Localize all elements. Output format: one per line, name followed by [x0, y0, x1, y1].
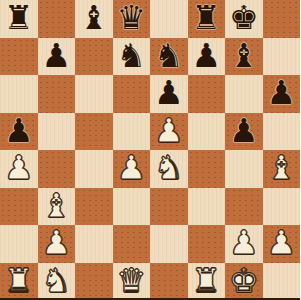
square-c8[interactable]: ♝: [75, 0, 113, 38]
square-c4[interactable]: [75, 150, 113, 188]
square-a6[interactable]: [0, 75, 38, 113]
square-h4[interactable]: ♝: [263, 150, 301, 188]
square-h7[interactable]: [263, 38, 301, 76]
square-f2[interactable]: [188, 225, 226, 263]
square-e8[interactable]: [150, 0, 188, 38]
white-knight: ♞: [154, 150, 184, 187]
square-a2[interactable]: [0, 225, 38, 263]
square-f4[interactable]: [188, 150, 226, 188]
black-pawn: ♟: [41, 38, 71, 75]
black-knight: ♞: [154, 38, 184, 75]
square-g1[interactable]: ♚: [225, 263, 263, 300]
square-a4[interactable]: ♟: [0, 150, 38, 188]
square-g2[interactable]: ♟: [225, 225, 263, 263]
black-rook: ♜: [4, 0, 34, 37]
square-f8[interactable]: ♜: [188, 0, 226, 38]
square-c1[interactable]: [75, 263, 113, 300]
black-pawn: ♟: [154, 75, 184, 112]
square-g6[interactable]: [225, 75, 263, 113]
square-c6[interactable]: [75, 75, 113, 113]
white-rook: ♜: [191, 263, 221, 300]
square-b4[interactable]: [38, 150, 76, 188]
square-g8[interactable]: ♚: [225, 0, 263, 38]
square-b6[interactable]: [38, 75, 76, 113]
white-pawn: ♟: [266, 225, 296, 262]
square-b8[interactable]: [38, 0, 76, 38]
black-pawn: ♟: [4, 113, 34, 150]
square-d8[interactable]: ♛: [113, 0, 151, 38]
chess-board: ♜♝♛♜♚♟♞♞♟♝♟♟♟♟♟♟♟♞♝♝♟♟♟♜♞♛♜♚: [0, 0, 300, 300]
white-king: ♚: [229, 263, 259, 300]
white-knight: ♞: [41, 263, 71, 300]
square-f6[interactable]: [188, 75, 226, 113]
square-h3[interactable]: [263, 188, 301, 226]
square-b2[interactable]: ♟: [38, 225, 76, 263]
square-h5[interactable]: [263, 113, 301, 151]
square-e3[interactable]: [150, 188, 188, 226]
square-a3[interactable]: [0, 188, 38, 226]
square-e6[interactable]: ♟: [150, 75, 188, 113]
white-pawn: ♟: [116, 150, 146, 187]
white-bishop: ♝: [41, 188, 71, 225]
black-pawn: ♟: [191, 38, 221, 75]
black-knight: ♞: [116, 38, 146, 75]
square-a8[interactable]: ♜: [0, 0, 38, 38]
square-e2[interactable]: [150, 225, 188, 263]
square-d7[interactable]: ♞: [113, 38, 151, 76]
square-b3[interactable]: ♝: [38, 188, 76, 226]
square-d4[interactable]: ♟: [113, 150, 151, 188]
black-pawn: ♟: [266, 75, 296, 112]
square-b7[interactable]: ♟: [38, 38, 76, 76]
square-f7[interactable]: ♟: [188, 38, 226, 76]
square-c5[interactable]: [75, 113, 113, 151]
white-queen: ♛: [116, 263, 146, 300]
square-b1[interactable]: ♞: [38, 263, 76, 300]
square-e7[interactable]: ♞: [150, 38, 188, 76]
square-d3[interactable]: [113, 188, 151, 226]
square-e5[interactable]: ♟: [150, 113, 188, 151]
black-rook: ♜: [191, 0, 221, 37]
white-pawn: ♟: [4, 150, 34, 187]
square-c7[interactable]: [75, 38, 113, 76]
black-bishop: ♝: [229, 38, 259, 75]
square-h6[interactable]: ♟: [263, 75, 301, 113]
square-c2[interactable]: [75, 225, 113, 263]
white-rook: ♜: [4, 263, 34, 300]
square-e1[interactable]: [150, 263, 188, 300]
square-h8[interactable]: [263, 0, 301, 38]
black-queen: ♛: [116, 0, 146, 37]
square-d5[interactable]: [113, 113, 151, 151]
square-h2[interactable]: ♟: [263, 225, 301, 263]
square-f5[interactable]: [188, 113, 226, 151]
square-e4[interactable]: ♞: [150, 150, 188, 188]
square-g3[interactable]: [225, 188, 263, 226]
square-a5[interactable]: ♟: [0, 113, 38, 151]
black-pawn: ♟: [229, 113, 259, 150]
square-f3[interactable]: [188, 188, 226, 226]
black-king: ♚: [229, 0, 259, 37]
white-bishop: ♝: [266, 150, 296, 187]
square-f1[interactable]: ♜: [188, 263, 226, 300]
black-bishop: ♝: [79, 0, 109, 37]
square-b5[interactable]: [38, 113, 76, 151]
square-d1[interactable]: ♛: [113, 263, 151, 300]
square-a7[interactable]: [0, 38, 38, 76]
white-pawn: ♟: [41, 225, 71, 262]
square-g5[interactable]: ♟: [225, 113, 263, 151]
square-g7[interactable]: ♝: [225, 38, 263, 76]
square-g4[interactable]: [225, 150, 263, 188]
white-pawn: ♟: [229, 225, 259, 262]
square-d2[interactable]: [113, 225, 151, 263]
square-d6[interactable]: [113, 75, 151, 113]
white-pawn: ♟: [154, 113, 184, 150]
square-c3[interactable]: [75, 188, 113, 226]
square-h1[interactable]: [263, 263, 301, 300]
square-a1[interactable]: ♜: [0, 263, 38, 300]
